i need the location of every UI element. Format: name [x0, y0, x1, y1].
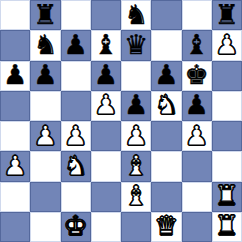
square-h3[interactable]: [212, 151, 242, 181]
square-b8[interactable]: ♜: [30, 0, 60, 30]
square-g1[interactable]: [182, 212, 212, 242]
square-d8[interactable]: [91, 0, 121, 30]
square-g5[interactable]: ♟: [182, 91, 212, 121]
piece-white-queen[interactable]: ♛: [154, 212, 178, 239]
square-g7[interactable]: ♝: [182, 30, 212, 60]
square-e1[interactable]: [121, 212, 151, 242]
square-h1[interactable]: ♜: [212, 212, 242, 242]
square-g6[interactable]: ♚: [182, 61, 212, 91]
square-a8[interactable]: [0, 0, 30, 30]
square-c5[interactable]: [61, 91, 91, 121]
square-b2[interactable]: [30, 182, 60, 212]
square-e2[interactable]: ♝: [121, 182, 151, 212]
square-c3[interactable]: ♞: [61, 151, 91, 181]
piece-white-rook[interactable]: ♜: [215, 182, 239, 209]
piece-white-pawn[interactable]: ♟: [33, 122, 57, 149]
piece-black-rook[interactable]: ♜: [33, 1, 57, 28]
piece-white-pawn[interactable]: ♟: [215, 31, 239, 58]
square-f2[interactable]: [151, 182, 181, 212]
square-g3[interactable]: [182, 151, 212, 181]
square-d2[interactable]: [91, 182, 121, 212]
piece-black-bishop[interactable]: ♝: [94, 31, 118, 58]
square-d1[interactable]: [91, 212, 121, 242]
square-b3[interactable]: [30, 151, 60, 181]
square-d7[interactable]: ♝: [91, 30, 121, 60]
piece-white-pawn[interactable]: ♟: [124, 122, 148, 149]
square-c8[interactable]: [61, 0, 91, 30]
square-a7[interactable]: [0, 30, 30, 60]
square-f6[interactable]: ♟: [151, 61, 181, 91]
chess-board: ♜♞♜♞♟♝♛♝♟♟♟♟♟♚♟♟♞♟♟♟♟♟♟♞♝♝♜♚♛♜: [0, 0, 242, 242]
piece-black-pawn[interactable]: ♟: [94, 61, 118, 88]
square-a1[interactable]: [0, 212, 30, 242]
square-h4[interactable]: [212, 121, 242, 151]
square-b7[interactable]: ♞: [30, 30, 60, 60]
square-e4[interactable]: ♟: [121, 121, 151, 151]
piece-white-pawn[interactable]: ♟: [185, 122, 209, 149]
square-b1[interactable]: [30, 212, 60, 242]
square-e5[interactable]: ♟: [121, 91, 151, 121]
piece-black-pawn[interactable]: ♟: [33, 61, 57, 88]
square-d5[interactable]: ♟: [91, 91, 121, 121]
piece-white-pawn[interactable]: ♟: [94, 91, 118, 118]
square-g4[interactable]: ♟: [182, 121, 212, 151]
piece-black-pawn[interactable]: ♟: [154, 61, 178, 88]
square-d6[interactable]: ♟: [91, 61, 121, 91]
square-b6[interactable]: ♟: [30, 61, 60, 91]
square-e6[interactable]: [121, 61, 151, 91]
piece-white-bishop[interactable]: ♝: [124, 152, 148, 179]
piece-black-rook[interactable]: ♜: [215, 1, 239, 28]
piece-black-queen[interactable]: ♛: [124, 31, 148, 58]
square-f8[interactable]: [151, 0, 181, 30]
square-e3[interactable]: ♝: [121, 151, 151, 181]
piece-white-rook[interactable]: ♜: [215, 212, 239, 239]
piece-black-pawn[interactable]: ♟: [185, 91, 209, 118]
square-f7[interactable]: [151, 30, 181, 60]
piece-black-pawn[interactable]: ♟: [124, 91, 148, 118]
piece-white-knight[interactable]: ♞: [64, 152, 88, 179]
square-h8[interactable]: ♜: [212, 0, 242, 30]
square-a2[interactable]: [0, 182, 30, 212]
piece-white-pawn[interactable]: ♟: [3, 152, 27, 179]
piece-white-bishop[interactable]: ♝: [124, 182, 148, 209]
square-f1[interactable]: ♛: [151, 212, 181, 242]
piece-black-king[interactable]: ♚: [185, 61, 209, 88]
square-e8[interactable]: ♞: [121, 0, 151, 30]
square-e7[interactable]: ♛: [121, 30, 151, 60]
square-g8[interactable]: [182, 0, 212, 30]
square-a5[interactable]: [0, 91, 30, 121]
square-c6[interactable]: [61, 61, 91, 91]
piece-white-pawn[interactable]: ♟: [64, 122, 88, 149]
square-h6[interactable]: [212, 61, 242, 91]
piece-black-pawn[interactable]: ♟: [3, 61, 27, 88]
square-a6[interactable]: ♟: [0, 61, 30, 91]
piece-white-king[interactable]: ♚: [64, 212, 88, 239]
square-a3[interactable]: ♟: [0, 151, 30, 181]
square-a4[interactable]: [0, 121, 30, 151]
piece-white-knight[interactable]: ♞: [154, 91, 178, 118]
square-d3[interactable]: [91, 151, 121, 181]
piece-black-knight[interactable]: ♞: [33, 31, 57, 58]
square-c4[interactable]: ♟: [61, 121, 91, 151]
square-c7[interactable]: ♟: [61, 30, 91, 60]
square-f3[interactable]: [151, 151, 181, 181]
piece-black-knight[interactable]: ♞: [124, 1, 148, 28]
square-b4[interactable]: ♟: [30, 121, 60, 151]
square-h2[interactable]: ♜: [212, 182, 242, 212]
square-c2[interactable]: [61, 182, 91, 212]
square-d4[interactable]: [91, 121, 121, 151]
square-g2[interactable]: [182, 182, 212, 212]
square-h5[interactable]: [212, 91, 242, 121]
square-b5[interactable]: [30, 91, 60, 121]
square-f4[interactable]: [151, 121, 181, 151]
piece-black-pawn[interactable]: ♟: [64, 31, 88, 58]
piece-black-bishop[interactable]: ♝: [185, 31, 209, 58]
square-h7[interactable]: ♟: [212, 30, 242, 60]
square-c1[interactable]: ♚: [61, 212, 91, 242]
square-f5[interactable]: ♞: [151, 91, 181, 121]
